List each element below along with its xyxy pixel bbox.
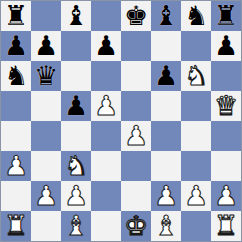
square-g3[interactable] xyxy=(181,151,211,181)
square-a8[interactable]: ♜ xyxy=(1,1,31,31)
square-d8[interactable] xyxy=(91,1,121,31)
square-b4[interactable] xyxy=(31,121,61,151)
piece-white-king-e1[interactable]: ♚ xyxy=(124,212,148,239)
square-c6[interactable] xyxy=(61,61,91,91)
square-c5[interactable]: ♟ xyxy=(61,91,91,121)
square-d2[interactable] xyxy=(91,181,121,211)
piece-white-bishop-f1[interactable]: ♝ xyxy=(154,212,178,239)
piece-white-queen-h5[interactable]: ♛ xyxy=(214,92,238,119)
piece-black-queen-b6[interactable]: ♛ xyxy=(34,62,58,89)
square-g8[interactable]: ♞ xyxy=(181,1,211,31)
square-a6[interactable]: ♞ xyxy=(1,61,31,91)
square-c4[interactable] xyxy=(61,121,91,151)
square-c2[interactable]: ♟ xyxy=(61,181,91,211)
square-b6[interactable]: ♛ xyxy=(31,61,61,91)
square-g6[interactable]: ♞ xyxy=(181,61,211,91)
square-h1[interactable]: ♜ xyxy=(211,211,241,241)
square-g5[interactable] xyxy=(181,91,211,121)
piece-white-pawn-c2[interactable]: ♟ xyxy=(64,182,88,209)
square-c3[interactable]: ♞ xyxy=(61,151,91,181)
piece-black-bishop-f8[interactable]: ♝ xyxy=(154,2,178,29)
square-h7[interactable]: ♟ xyxy=(211,31,241,61)
square-b8[interactable] xyxy=(31,1,61,31)
square-f8[interactable]: ♝ xyxy=(151,1,181,31)
square-h6[interactable] xyxy=(211,61,241,91)
piece-white-pawn-g2[interactable]: ♟ xyxy=(184,182,208,209)
square-f4[interactable] xyxy=(151,121,181,151)
piece-black-rook-h8[interactable]: ♜ xyxy=(214,2,238,29)
square-f6[interactable]: ♟ xyxy=(151,61,181,91)
square-e8[interactable]: ♚ xyxy=(121,1,151,31)
square-b7[interactable]: ♟ xyxy=(31,31,61,61)
square-b1[interactable] xyxy=(31,211,61,241)
square-a5[interactable] xyxy=(1,91,31,121)
square-g4[interactable] xyxy=(181,121,211,151)
square-h3[interactable] xyxy=(211,151,241,181)
piece-black-bishop-c8[interactable]: ♝ xyxy=(64,2,88,29)
square-c8[interactable]: ♝ xyxy=(61,1,91,31)
square-g2[interactable]: ♟ xyxy=(181,181,211,211)
square-g1[interactable] xyxy=(181,211,211,241)
piece-white-rook-a1[interactable]: ♜ xyxy=(4,212,28,239)
piece-white-pawn-d5[interactable]: ♟ xyxy=(94,92,118,119)
square-b2[interactable]: ♟ xyxy=(31,181,61,211)
piece-black-pawn-h7[interactable]: ♟ xyxy=(214,32,238,59)
square-f1[interactable]: ♝ xyxy=(151,211,181,241)
square-a1[interactable]: ♜ xyxy=(1,211,31,241)
square-e3[interactable] xyxy=(121,151,151,181)
square-h8[interactable]: ♜ xyxy=(211,1,241,31)
piece-white-pawn-f2[interactable]: ♟ xyxy=(154,182,178,209)
piece-white-knight-g6[interactable]: ♞ xyxy=(184,62,208,89)
square-a2[interactable] xyxy=(1,181,31,211)
square-a3[interactable]: ♟ xyxy=(1,151,31,181)
piece-black-knight-g8[interactable]: ♞ xyxy=(184,2,208,29)
square-e2[interactable] xyxy=(121,181,151,211)
piece-black-rook-a8[interactable]: ♜ xyxy=(4,2,28,29)
piece-white-rook-h1[interactable]: ♜ xyxy=(214,212,238,239)
piece-black-pawn-d7[interactable]: ♟ xyxy=(94,32,118,59)
piece-black-pawn-c5[interactable]: ♟ xyxy=(64,92,88,119)
square-d7[interactable]: ♟ xyxy=(91,31,121,61)
piece-black-king-e8[interactable]: ♚ xyxy=(124,2,148,29)
square-e7[interactable] xyxy=(121,31,151,61)
square-a4[interactable] xyxy=(1,121,31,151)
square-f5[interactable] xyxy=(151,91,181,121)
square-e5[interactable] xyxy=(121,91,151,121)
piece-white-pawn-h2[interactable]: ♟ xyxy=(214,182,238,209)
square-f2[interactable]: ♟ xyxy=(151,181,181,211)
piece-black-pawn-a7[interactable]: ♟ xyxy=(4,32,28,59)
piece-white-pawn-b2[interactable]: ♟ xyxy=(34,182,58,209)
piece-black-pawn-b7[interactable]: ♟ xyxy=(34,32,58,59)
square-g7[interactable] xyxy=(181,31,211,61)
square-h2[interactable]: ♟ xyxy=(211,181,241,211)
piece-white-knight-c3[interactable]: ♞ xyxy=(64,152,88,179)
square-e6[interactable] xyxy=(121,61,151,91)
square-h5[interactable]: ♛ xyxy=(211,91,241,121)
square-h4[interactable] xyxy=(211,121,241,151)
square-f7[interactable] xyxy=(151,31,181,61)
square-d1[interactable] xyxy=(91,211,121,241)
chess-board-frame: ♜♝♚♝♞♜♟♟♟♟♞♛♟♞♟♟♛♟♟♞♟♟♟♟♟♜♝♚♝♜ xyxy=(0,0,242,242)
square-d5[interactable]: ♟ xyxy=(91,91,121,121)
piece-white-bishop-c1[interactable]: ♝ xyxy=(64,212,88,239)
square-e4[interactable]: ♟ xyxy=(121,121,151,151)
piece-white-pawn-e4[interactable]: ♟ xyxy=(124,122,148,149)
square-c7[interactable] xyxy=(61,31,91,61)
piece-black-knight-a6[interactable]: ♞ xyxy=(4,62,28,89)
chess-board: ♜♝♚♝♞♜♟♟♟♟♞♛♟♞♟♟♛♟♟♞♟♟♟♟♟♜♝♚♝♜ xyxy=(1,1,241,241)
piece-black-pawn-f6[interactable]: ♟ xyxy=(154,62,178,89)
square-d6[interactable] xyxy=(91,61,121,91)
square-b5[interactable] xyxy=(31,91,61,121)
square-c1[interactable]: ♝ xyxy=(61,211,91,241)
square-f3[interactable] xyxy=(151,151,181,181)
square-d4[interactable] xyxy=(91,121,121,151)
square-b3[interactable] xyxy=(31,151,61,181)
square-e1[interactable]: ♚ xyxy=(121,211,151,241)
piece-white-pawn-a3[interactable]: ♟ xyxy=(4,152,28,179)
square-d3[interactable] xyxy=(91,151,121,181)
square-a7[interactable]: ♟ xyxy=(1,31,31,61)
